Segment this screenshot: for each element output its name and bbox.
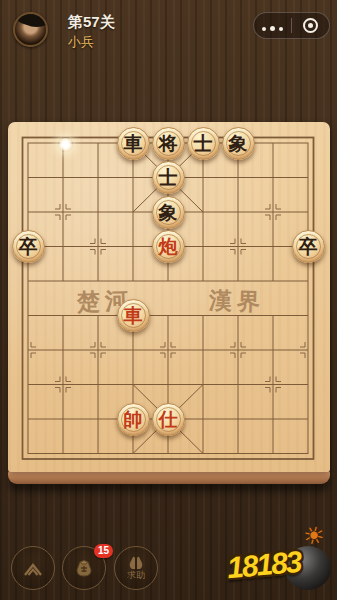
hint-count-badge: 15 xyxy=(94,544,113,558)
piece-black-advisor[interactable]: 士 xyxy=(187,127,220,160)
piece-red-cannon[interactable]: 炮 xyxy=(152,230,185,263)
piece-black-soldier[interactable]: 卒 xyxy=(292,230,325,263)
piece-black-chariot[interactable]: 車 xyxy=(117,127,150,160)
pieces-layer[interactable]: 車将士象士象卒炮卒車帥仕 xyxy=(11,126,326,471)
hint-bag-button[interactable]: 15 xyxy=(62,546,106,590)
record-circle-icon xyxy=(303,18,318,33)
site-watermark: ☀ 18183 xyxy=(227,526,335,592)
chevron-up-icon xyxy=(22,559,44,577)
watermark-text: 18183 xyxy=(226,545,302,585)
more-dots-icon xyxy=(260,17,285,35)
piece-black-elephant[interactable]: 象 xyxy=(222,127,255,160)
level-subtitle: 小兵 xyxy=(68,33,94,51)
piece-black-elephant[interactable]: 象 xyxy=(152,196,185,229)
board-edge-bevel xyxy=(8,471,330,484)
piece-red-chariot[interactable]: 車 xyxy=(117,299,150,332)
piece-red-advisor[interactable]: 仕 xyxy=(152,403,185,436)
more-button[interactable] xyxy=(254,13,291,38)
help-button[interactable]: 求助 xyxy=(114,546,158,590)
sphere-graphic xyxy=(285,546,331,590)
money-bag-icon xyxy=(72,556,96,580)
board-surface[interactable]: 楚河 漢界 車将士象士象卒炮卒車帥仕 xyxy=(8,122,330,472)
help-button-label: 求助 xyxy=(127,569,145,582)
player-avatar xyxy=(13,12,48,47)
piece-black-advisor[interactable]: 士 xyxy=(152,161,185,194)
piece-black-soldier[interactable]: 卒 xyxy=(12,230,45,263)
sun-icon: ☀ xyxy=(300,520,328,553)
sparkle-effect xyxy=(58,137,73,152)
piece-black-general[interactable]: 将 xyxy=(152,127,185,160)
miniprogram-capsule xyxy=(253,12,330,39)
piece-red-general[interactable]: 帥 xyxy=(117,403,150,436)
level-title: 第57关 xyxy=(68,13,115,32)
xiangqi-board: 楚河 漢界 車将士象士象卒炮卒車帥仕 xyxy=(8,122,330,486)
menu-collapse-button[interactable] xyxy=(11,546,55,590)
exit-button[interactable] xyxy=(292,13,329,38)
